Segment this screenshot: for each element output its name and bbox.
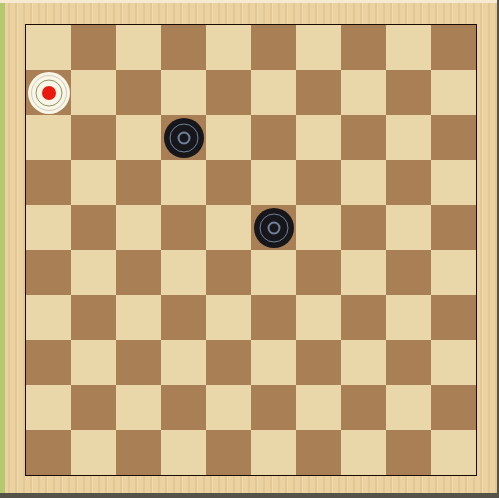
square-r6c8[interactable] (386, 295, 431, 340)
square-r9c6[interactable] (296, 430, 341, 475)
square-r4c2[interactable] (116, 205, 161, 250)
square-r8c9[interactable] (431, 385, 476, 430)
square-r2c2[interactable] (116, 115, 161, 160)
square-r2c5[interactable] (251, 115, 296, 160)
square-r4c4[interactable] (206, 205, 251, 250)
square-r6c9[interactable] (431, 295, 476, 340)
square-r7c9[interactable] (431, 340, 476, 385)
square-r1c4[interactable] (206, 70, 251, 115)
square-r7c1[interactable] (71, 340, 116, 385)
square-r1c0[interactable] (26, 70, 71, 115)
square-r2c9[interactable] (431, 115, 476, 160)
square-r7c8[interactable] (386, 340, 431, 385)
square-r8c7[interactable] (341, 385, 386, 430)
square-r2c0[interactable] (26, 115, 71, 160)
square-r3c5[interactable] (251, 160, 296, 205)
square-r3c2[interactable] (116, 160, 161, 205)
square-r0c1[interactable] (71, 25, 116, 70)
square-r7c3[interactable] (161, 340, 206, 385)
square-r8c1[interactable] (71, 385, 116, 430)
square-r4c3[interactable] (161, 205, 206, 250)
square-r3c4[interactable] (206, 160, 251, 205)
square-r4c5[interactable] (251, 205, 296, 250)
square-r8c4[interactable] (206, 385, 251, 430)
square-r1c5[interactable] (251, 70, 296, 115)
square-r9c3[interactable] (161, 430, 206, 475)
square-r1c9[interactable] (431, 70, 476, 115)
square-r9c2[interactable] (116, 430, 161, 475)
square-r9c4[interactable] (206, 430, 251, 475)
square-r0c3[interactable] (161, 25, 206, 70)
square-r1c7[interactable] (341, 70, 386, 115)
square-r6c4[interactable] (206, 295, 251, 340)
square-r4c7[interactable] (341, 205, 386, 250)
square-r7c7[interactable] (341, 340, 386, 385)
square-r3c7[interactable] (341, 160, 386, 205)
frame-top-highlight (0, 0, 499, 3)
square-r2c3[interactable] (161, 115, 206, 160)
square-r7c5[interactable] (251, 340, 296, 385)
square-r2c1[interactable] (71, 115, 116, 160)
square-r1c8[interactable] (386, 70, 431, 115)
square-r2c6[interactable] (296, 115, 341, 160)
black-piece-hub (267, 221, 280, 234)
white-piece[interactable] (28, 72, 70, 114)
square-r2c8[interactable] (386, 115, 431, 160)
square-r9c7[interactable] (341, 430, 386, 475)
square-r5c6[interactable] (296, 250, 341, 295)
square-r9c5[interactable] (251, 430, 296, 475)
square-r9c8[interactable] (386, 430, 431, 475)
square-r4c0[interactable] (26, 205, 71, 250)
square-r6c2[interactable] (116, 295, 161, 340)
square-r3c3[interactable] (161, 160, 206, 205)
square-r0c5[interactable] (251, 25, 296, 70)
square-r6c3[interactable] (161, 295, 206, 340)
square-r5c9[interactable] (431, 250, 476, 295)
square-r2c7[interactable] (341, 115, 386, 160)
square-r3c8[interactable] (386, 160, 431, 205)
checkers-board (25, 24, 477, 476)
black-piece[interactable] (164, 118, 204, 158)
square-r1c6[interactable] (296, 70, 341, 115)
square-r8c2[interactable] (116, 385, 161, 430)
square-r5c2[interactable] (116, 250, 161, 295)
square-r6c0[interactable] (26, 295, 71, 340)
square-r2c4[interactable] (206, 115, 251, 160)
square-r9c0[interactable] (26, 430, 71, 475)
square-r5c8[interactable] (386, 250, 431, 295)
square-r6c7[interactable] (341, 295, 386, 340)
square-r1c1[interactable] (71, 70, 116, 115)
square-r0c7[interactable] (341, 25, 386, 70)
square-r4c1[interactable] (71, 205, 116, 250)
square-r6c6[interactable] (296, 295, 341, 340)
frame-left-green-edge (0, 3, 5, 493)
square-r7c0[interactable] (26, 340, 71, 385)
square-r0c4[interactable] (206, 25, 251, 70)
square-r5c3[interactable] (161, 250, 206, 295)
square-r3c0[interactable] (26, 160, 71, 205)
square-r8c5[interactable] (251, 385, 296, 430)
square-r0c8[interactable] (386, 25, 431, 70)
black-piece[interactable] (254, 208, 294, 248)
square-r0c2[interactable] (116, 25, 161, 70)
square-r0c0[interactable] (26, 25, 71, 70)
square-r6c1[interactable] (71, 295, 116, 340)
square-r5c1[interactable] (71, 250, 116, 295)
square-r5c0[interactable] (26, 250, 71, 295)
square-r8c3[interactable] (161, 385, 206, 430)
square-r4c8[interactable] (386, 205, 431, 250)
square-r5c7[interactable] (341, 250, 386, 295)
square-r6c5[interactable] (251, 295, 296, 340)
square-r9c9[interactable] (431, 430, 476, 475)
square-r8c0[interactable] (26, 385, 71, 430)
square-r0c6[interactable] (296, 25, 341, 70)
square-r7c4[interactable] (206, 340, 251, 385)
square-r3c9[interactable] (431, 160, 476, 205)
square-r1c3[interactable] (161, 70, 206, 115)
square-r0c9[interactable] (431, 25, 476, 70)
square-r7c2[interactable] (116, 340, 161, 385)
square-r4c9[interactable] (431, 205, 476, 250)
square-r8c8[interactable] (386, 385, 431, 430)
red-dot-marker (42, 86, 56, 100)
square-r5c4[interactable] (206, 250, 251, 295)
square-r8c6[interactable] (296, 385, 341, 430)
square-r9c1[interactable] (71, 430, 116, 475)
square-r1c2[interactable] (116, 70, 161, 115)
checkers-window (0, 0, 499, 498)
square-r5c5[interactable] (251, 250, 296, 295)
black-piece-hub (177, 131, 190, 144)
square-r3c6[interactable] (296, 160, 341, 205)
square-r3c1[interactable] (71, 160, 116, 205)
square-r4c6[interactable] (296, 205, 341, 250)
frame-bottom-shadow-edge (0, 493, 499, 498)
square-r7c6[interactable] (296, 340, 341, 385)
